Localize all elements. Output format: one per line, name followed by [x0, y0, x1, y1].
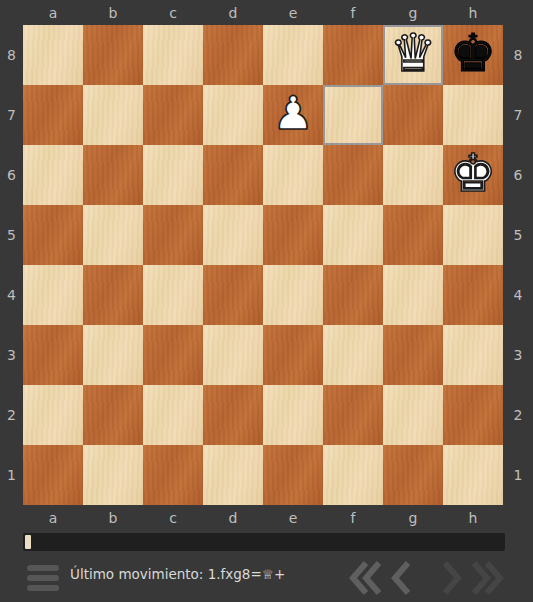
rank-label-7: 7: [503, 85, 533, 145]
square-g3[interactable]: [383, 325, 443, 385]
square-h2[interactable]: [443, 385, 503, 445]
square-d8[interactable]: [203, 25, 263, 85]
white-queen-piece[interactable]: ♛: [390, 27, 437, 79]
chevron-right-icon: [437, 560, 465, 596]
file-label-f: f: [323, 505, 383, 531]
double-chevron-left-icon: [349, 560, 383, 596]
square-e1[interactable]: [263, 445, 323, 505]
square-h6[interactable]: ♚: [443, 145, 503, 205]
nav-next-button[interactable]: [437, 559, 465, 597]
square-b8[interactable]: [83, 25, 143, 85]
last-move-status: Último movimiento: 1.fxg8=♕+: [70, 558, 285, 590]
file-label-b: b: [83, 0, 143, 25]
square-f8[interactable]: [323, 25, 383, 85]
rank-labels-right: 87654321: [503, 25, 533, 505]
square-a2[interactable]: [23, 385, 83, 445]
rank-label-3: 3: [503, 325, 533, 385]
square-e5[interactable]: [263, 205, 323, 265]
square-a6[interactable]: [23, 145, 83, 205]
square-d6[interactable]: [203, 145, 263, 205]
nav-previous-button[interactable]: [388, 559, 416, 597]
rank-label-6: 6: [0, 145, 23, 205]
file-label-g: g: [383, 505, 443, 531]
square-f5[interactable]: [323, 205, 383, 265]
square-f1[interactable]: [323, 445, 383, 505]
hamburger-icon: [27, 565, 59, 571]
square-b6[interactable]: [83, 145, 143, 205]
square-b4[interactable]: [83, 265, 143, 325]
square-e8[interactable]: [263, 25, 323, 85]
square-e3[interactable]: [263, 325, 323, 385]
square-h7[interactable]: [443, 85, 503, 145]
nav-last-button[interactable]: [470, 559, 504, 597]
file-label-f: f: [323, 0, 383, 25]
file-labels-bottom: abcdefgh: [23, 505, 503, 531]
square-b2[interactable]: [83, 385, 143, 445]
hamburger-icon: [27, 585, 59, 591]
file-labels-top: abcdefgh: [23, 0, 503, 25]
file-label-a: a: [23, 505, 83, 531]
square-g2[interactable]: [383, 385, 443, 445]
file-label-e: e: [263, 0, 323, 25]
file-label-a: a: [23, 0, 83, 25]
square-e7[interactable]: ♟: [263, 85, 323, 145]
white-king-piece[interactable]: ♚: [450, 147, 497, 199]
square-b3[interactable]: [83, 325, 143, 385]
rank-label-5: 5: [503, 205, 533, 265]
square-e6[interactable]: [263, 145, 323, 205]
chess-app: abcdefgh abcdefgh 87654321 87654321 ♛♚♟♚…: [0, 0, 533, 602]
square-d7[interactable]: [203, 85, 263, 145]
black-king-piece[interactable]: ♚: [450, 27, 497, 79]
square-b1[interactable]: [83, 445, 143, 505]
square-c4[interactable]: [143, 265, 203, 325]
file-label-c: c: [143, 505, 203, 531]
rank-labels-left: 87654321: [0, 25, 23, 505]
nav-first-button[interactable]: [349, 559, 383, 597]
square-h4[interactable]: [443, 265, 503, 325]
rank-label-5: 5: [0, 205, 23, 265]
square-b5[interactable]: [83, 205, 143, 265]
square-h3[interactable]: [443, 325, 503, 385]
square-h1[interactable]: [443, 445, 503, 505]
square-f6[interactable]: [323, 145, 383, 205]
square-e4[interactable]: [263, 265, 323, 325]
square-f2[interactable]: [323, 385, 383, 445]
square-a8[interactable]: [23, 25, 83, 85]
rank-label-2: 2: [503, 385, 533, 445]
square-d3[interactable]: [203, 325, 263, 385]
square-h8[interactable]: ♚: [443, 25, 503, 85]
square-b7[interactable]: [83, 85, 143, 145]
square-f7[interactable]: [323, 85, 383, 145]
square-a4[interactable]: [23, 265, 83, 325]
progress-handle-icon[interactable]: [25, 535, 31, 549]
square-g7[interactable]: [383, 85, 443, 145]
file-label-c: c: [143, 0, 203, 25]
file-label-e: e: [263, 505, 323, 531]
chess-board[interactable]: ♛♚♟♚: [23, 25, 503, 505]
square-c3[interactable]: [143, 325, 203, 385]
square-a1[interactable]: [23, 445, 83, 505]
rank-label-1: 1: [0, 445, 23, 505]
square-g4[interactable]: [383, 265, 443, 325]
square-c7[interactable]: [143, 85, 203, 145]
file-label-b: b: [83, 505, 143, 531]
chevron-left-icon: [388, 560, 416, 596]
rank-label-7: 7: [0, 85, 23, 145]
square-g5[interactable]: [383, 205, 443, 265]
square-g6[interactable]: [383, 145, 443, 205]
square-g8[interactable]: ♛: [383, 25, 443, 85]
square-c1[interactable]: [143, 445, 203, 505]
file-label-d: d: [203, 0, 263, 25]
square-a7[interactable]: [23, 85, 83, 145]
rank-label-4: 4: [0, 265, 23, 325]
square-c8[interactable]: [143, 25, 203, 85]
square-d4[interactable]: [203, 265, 263, 325]
square-c2[interactable]: [143, 385, 203, 445]
rank-label-4: 4: [503, 265, 533, 325]
nav-controls: [349, 559, 504, 597]
square-f3[interactable]: [323, 325, 383, 385]
file-label-h: h: [443, 505, 503, 531]
rank-label-1: 1: [503, 445, 533, 505]
menu-button[interactable]: [27, 565, 59, 591]
square-d2[interactable]: [203, 385, 263, 445]
rank-label-8: 8: [0, 25, 23, 85]
square-a3[interactable]: [23, 325, 83, 385]
square-h5[interactable]: [443, 205, 503, 265]
file-label-d: d: [203, 505, 263, 531]
game-progress-bar[interactable]: [23, 533, 505, 551]
hamburger-icon: [27, 575, 59, 581]
file-label-h: h: [443, 0, 503, 25]
rank-label-3: 3: [0, 325, 23, 385]
rank-label-6: 6: [503, 145, 533, 205]
rank-label-2: 2: [0, 385, 23, 445]
square-a5[interactable]: [23, 205, 83, 265]
square-c5[interactable]: [143, 205, 203, 265]
square-d5[interactable]: [203, 205, 263, 265]
square-g1[interactable]: [383, 445, 443, 505]
square-f4[interactable]: [323, 265, 383, 325]
file-label-g: g: [383, 0, 443, 25]
square-e2[interactable]: [263, 385, 323, 445]
rank-label-8: 8: [503, 25, 533, 85]
white-pawn-piece[interactable]: ♟: [272, 90, 313, 136]
double-chevron-right-icon: [470, 560, 504, 596]
square-c6[interactable]: [143, 145, 203, 205]
square-d1[interactable]: [203, 445, 263, 505]
